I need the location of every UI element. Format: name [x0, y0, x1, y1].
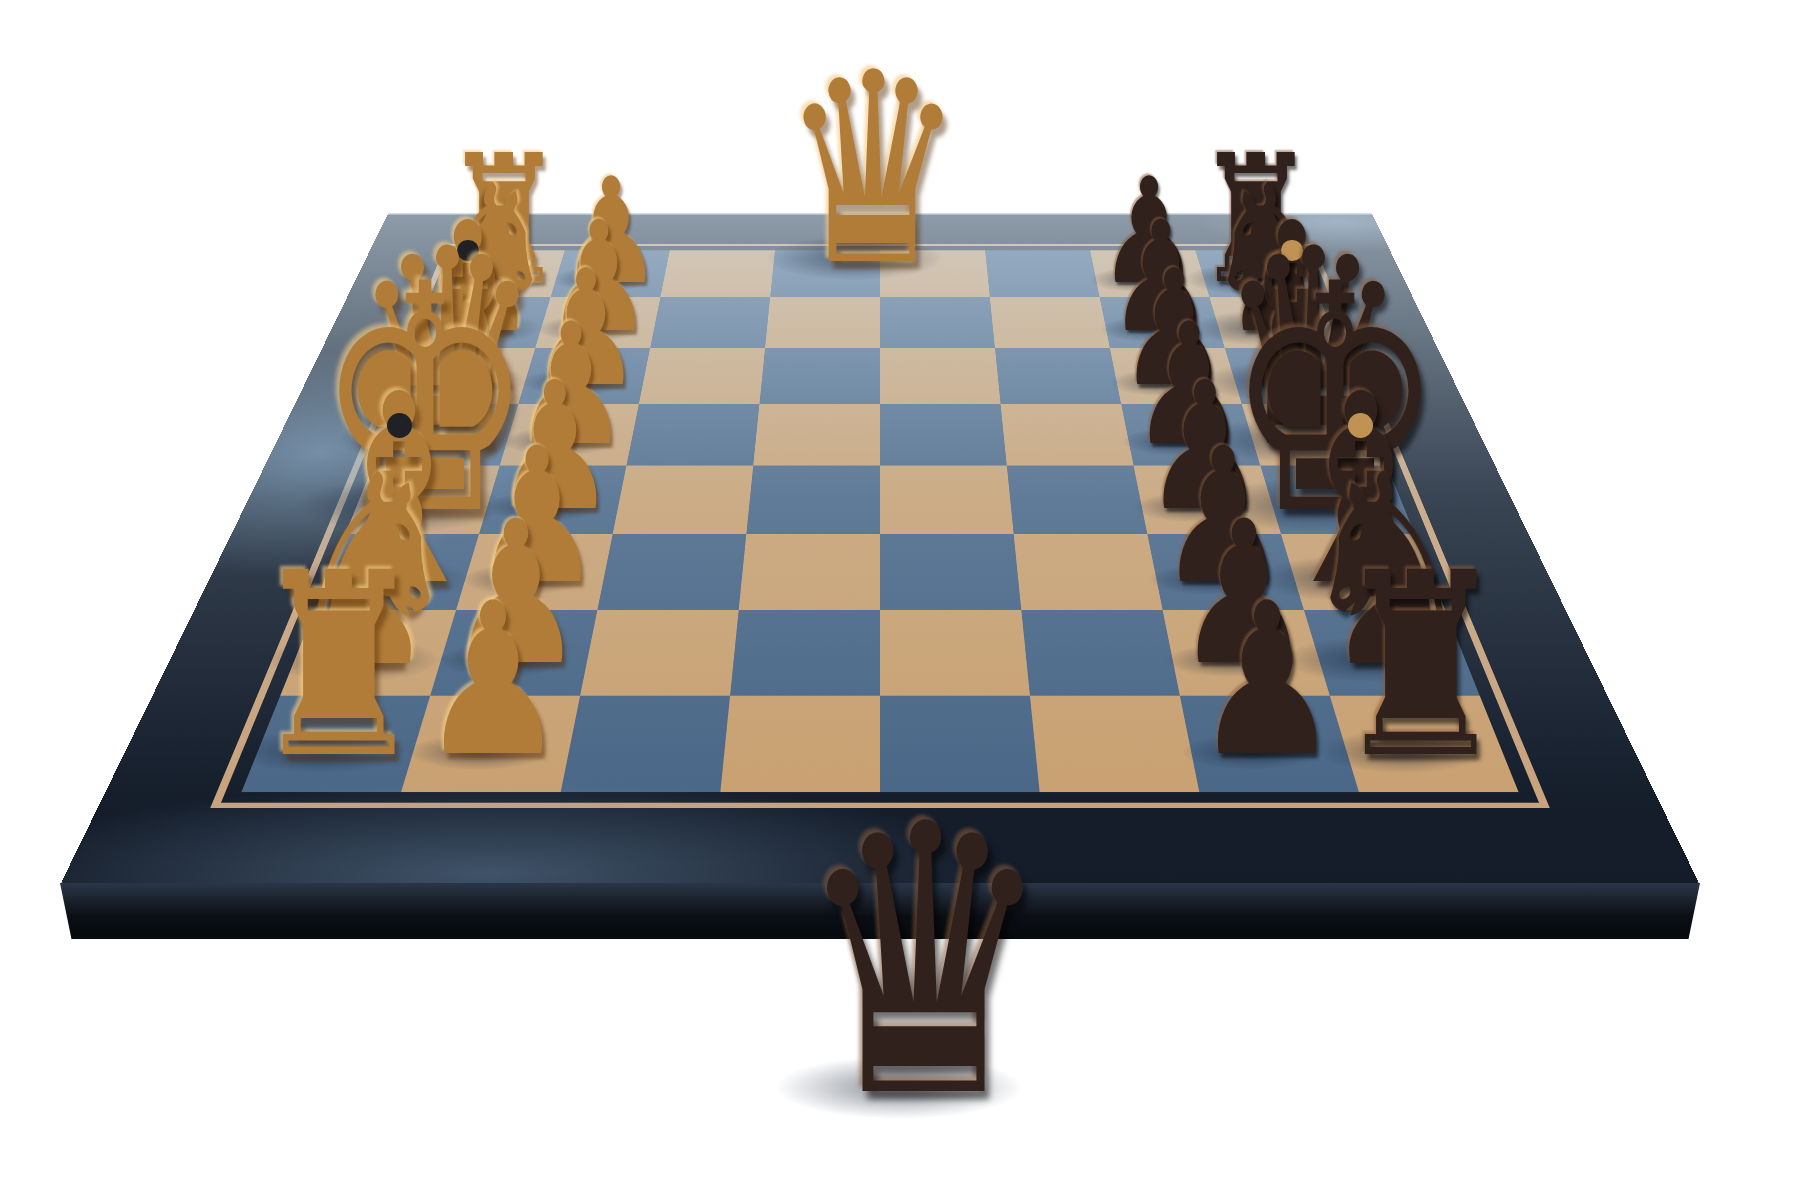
square-d5[interactable] [880, 466, 1014, 534]
square-b4[interactable] [730, 610, 880, 696]
square-e5[interactable] [880, 404, 1007, 466]
square-c4[interactable] [739, 534, 880, 610]
square-a3[interactable] [561, 696, 730, 793]
square-g6[interactable] [990, 297, 1110, 348]
chess-scene: ♜♟♟♜♞♟♟♞♝♟♟♝♛♟♟♛♚♟♟♚♝♟♟♝♞♟♟♞♜♟♟♜♛♛ [0, 0, 1800, 1192]
square-b5[interactable] [880, 610, 1030, 696]
square-c6[interactable] [1014, 534, 1163, 610]
square-c5[interactable] [880, 534, 1021, 610]
square-b3[interactable] [580, 610, 739, 696]
piece-black-queen-spare[interactable]: ♛ [795, 777, 1055, 1149]
square-e3[interactable] [626, 404, 759, 466]
square-b6[interactable] [1021, 610, 1180, 696]
square-h6[interactable] [985, 250, 1099, 297]
square-h3[interactable] [660, 250, 774, 297]
square-d4[interactable] [746, 466, 880, 534]
piece-white-rook-a1[interactable]: ♜ [250, 539, 428, 793]
square-e4[interactable] [753, 404, 880, 466]
square-c3[interactable] [597, 534, 746, 610]
square-f4[interactable] [759, 348, 880, 404]
square-e6[interactable] [1001, 404, 1134, 466]
piece-white-queen-spare[interactable]: ♛ [781, 38, 966, 302]
piece-black-pawn-a7[interactable]: ♟ [1193, 576, 1340, 786]
piece-black-rook-a8[interactable]: ♜ [1332, 539, 1510, 793]
square-f5[interactable] [880, 348, 1001, 404]
piece-white-pawn-a2[interactable]: ♟ [420, 576, 567, 786]
square-f3[interactable] [639, 348, 765, 404]
square-f6[interactable] [995, 348, 1121, 404]
square-d6[interactable] [1007, 466, 1148, 534]
square-g3[interactable] [650, 297, 770, 348]
square-a6[interactable] [1030, 696, 1199, 793]
square-d3[interactable] [613, 466, 754, 534]
